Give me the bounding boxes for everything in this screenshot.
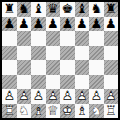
square-b3[interactable]: [17, 75, 32, 90]
black-bishop: ♝: [75, 2, 89, 16]
black-pawn: ♟: [89, 17, 103, 31]
black-knight: ♞: [89, 2, 103, 16]
square-f2[interactable]: ♟♙: [75, 89, 90, 104]
black-pawn: ♟: [60, 17, 74, 31]
square-f5[interactable]: [75, 46, 90, 61]
white-pawn-outline: ♙: [75, 89, 89, 103]
square-c6[interactable]: [31, 31, 46, 46]
square-d8[interactable]: ♛: [46, 2, 61, 17]
square-g2[interactable]: ♟♙: [89, 89, 104, 104]
white-pawn: ♟♙: [75, 89, 89, 103]
square-d1[interactable]: ♛♕: [46, 104, 61, 119]
black-bishop: ♝: [31, 2, 45, 16]
square-e8[interactable]: ♚: [60, 2, 75, 17]
white-queen: ♛♕: [46, 104, 60, 118]
white-pawn-outline: ♙: [104, 89, 118, 103]
white-knight: ♞♘: [89, 104, 103, 118]
square-g3[interactable]: [89, 75, 104, 90]
white-pawn-outline: ♙: [60, 89, 74, 103]
black-knight-glyph: ♞: [89, 2, 103, 16]
square-h4[interactable]: [104, 60, 119, 75]
square-d2[interactable]: ♟♙: [46, 89, 61, 104]
square-d4[interactable]: [46, 60, 61, 75]
square-g8[interactable]: ♞: [89, 2, 104, 17]
square-d3[interactable]: [46, 75, 61, 90]
square-h8[interactable]: ♜: [104, 2, 119, 17]
square-g1[interactable]: ♞♘: [89, 104, 104, 119]
white-knight-outline: ♘: [89, 104, 103, 118]
black-queen: ♛: [46, 2, 60, 16]
square-b4[interactable]: [17, 60, 32, 75]
square-e1[interactable]: ♚♔: [60, 104, 75, 119]
square-b7[interactable]: ♟: [17, 17, 32, 32]
white-bishop: ♝♗: [75, 104, 89, 118]
white-pawn: ♟♙: [46, 89, 60, 103]
white-bishop-outline: ♗: [75, 104, 89, 118]
white-pawn: ♟♙: [89, 89, 103, 103]
white-queen-outline: ♕: [46, 104, 60, 118]
square-g6[interactable]: [89, 31, 104, 46]
chess-board: ♜♞♝♛♚♝♞♜♟♟♟♟♟♟♟♟♟♙♟♙♟♙♟♙♟♙♟♙♟♙♟♙♜♖♞♘♝♗♛♕…: [2, 2, 118, 118]
square-g7[interactable]: ♟: [89, 17, 104, 32]
black-pawn: ♟: [17, 17, 31, 31]
white-pawn-outline: ♙: [17, 89, 31, 103]
white-pawn: ♟♙: [60, 89, 74, 103]
white-pawn-outline: ♙: [89, 89, 103, 103]
square-c4[interactable]: [31, 60, 46, 75]
black-pawn-glyph: ♟: [2, 17, 16, 31]
square-e4[interactable]: [60, 60, 75, 75]
square-f6[interactable]: [75, 31, 90, 46]
square-h5[interactable]: [104, 46, 119, 61]
black-pawn-glyph: ♟: [31, 17, 45, 31]
square-b2[interactable]: ♟♙: [17, 89, 32, 104]
square-f1[interactable]: ♝♗: [75, 104, 90, 119]
white-pawn: ♟♙: [31, 89, 45, 103]
black-pawn-glyph: ♟: [104, 17, 118, 31]
square-b1[interactable]: ♞♘: [17, 104, 32, 119]
black-knight: ♞: [17, 2, 31, 16]
black-pawn-glyph: ♟: [75, 17, 89, 31]
black-pawn-glyph: ♟: [89, 17, 103, 31]
white-knight-outline: ♘: [17, 104, 31, 118]
square-c3[interactable]: [31, 75, 46, 90]
square-f7[interactable]: ♟: [75, 17, 90, 32]
white-rook: ♜♖: [2, 104, 16, 118]
black-pawn-glyph: ♟: [60, 17, 74, 31]
square-a7[interactable]: ♟: [2, 17, 17, 32]
square-c7[interactable]: ♟: [31, 17, 46, 32]
square-a6[interactable]: [2, 31, 17, 46]
square-h1[interactable]: ♜♖: [104, 104, 119, 119]
white-pawn: ♟♙: [104, 89, 118, 103]
white-rook: ♜♖: [104, 104, 118, 118]
square-e2[interactable]: ♟♙: [60, 89, 75, 104]
black-queen-glyph: ♛: [46, 2, 60, 16]
square-c8[interactable]: ♝: [31, 2, 46, 17]
square-a5[interactable]: [2, 46, 17, 61]
square-a1[interactable]: ♜♖: [2, 104, 17, 119]
white-pawn-outline: ♙: [31, 89, 45, 103]
black-rook: ♜: [104, 2, 118, 16]
square-b5[interactable]: [17, 46, 32, 61]
white-bishop-outline: ♗: [31, 104, 45, 118]
chess-board-frame: ♜♞♝♛♚♝♞♜♟♟♟♟♟♟♟♟♟♙♟♙♟♙♟♙♟♙♟♙♟♙♟♙♜♖♞♘♝♗♛♕…: [0, 0, 120, 120]
white-king: ♚♔: [60, 104, 74, 118]
black-rook-glyph: ♜: [104, 2, 118, 16]
square-h2[interactable]: ♟♙: [104, 89, 119, 104]
black-king-glyph: ♚: [60, 2, 74, 16]
square-c1[interactable]: ♝♗: [31, 104, 46, 119]
white-knight: ♞♘: [17, 104, 31, 118]
square-f4[interactable]: [75, 60, 90, 75]
black-pawn: ♟: [75, 17, 89, 31]
square-a2[interactable]: ♟♙: [2, 89, 17, 104]
black-pawn: ♟: [104, 17, 118, 31]
white-rook-outline: ♖: [2, 104, 16, 118]
square-d5[interactable]: [46, 46, 61, 61]
square-b8[interactable]: ♞: [17, 2, 32, 17]
square-b6[interactable]: [17, 31, 32, 46]
black-pawn-glyph: ♟: [46, 17, 60, 31]
square-f8[interactable]: ♝: [75, 2, 90, 17]
square-h3[interactable]: [104, 75, 119, 90]
square-h7[interactable]: ♟: [104, 17, 119, 32]
black-bishop-glyph: ♝: [75, 2, 89, 16]
square-f3[interactable]: [75, 75, 90, 90]
white-pawn-outline: ♙: [2, 89, 16, 103]
square-e3[interactable]: [60, 75, 75, 90]
black-pawn: ♟: [2, 17, 16, 31]
square-g4[interactable]: [89, 60, 104, 75]
black-pawn: ♟: [31, 17, 45, 31]
square-e7[interactable]: ♟: [60, 17, 75, 32]
black-pawn: ♟: [46, 17, 60, 31]
square-g5[interactable]: [89, 46, 104, 61]
square-c2[interactable]: ♟♙: [31, 89, 46, 104]
black-pawn-glyph: ♟: [17, 17, 31, 31]
black-knight-glyph: ♞: [17, 2, 31, 16]
white-pawn: ♟♙: [17, 89, 31, 103]
black-bishop-glyph: ♝: [31, 2, 45, 16]
square-e6[interactable]: [60, 31, 75, 46]
black-king: ♚: [60, 2, 74, 16]
white-pawn-outline: ♙: [46, 89, 60, 103]
square-a4[interactable]: [2, 60, 17, 75]
black-rook-glyph: ♜: [2, 2, 16, 16]
white-rook-outline: ♖: [104, 104, 118, 118]
white-king-outline: ♔: [60, 104, 74, 118]
square-a8[interactable]: ♜: [2, 2, 17, 17]
square-e5[interactable]: [60, 46, 75, 61]
white-pawn: ♟♙: [2, 89, 16, 103]
square-d6[interactable]: [46, 31, 61, 46]
white-bishop: ♝♗: [31, 104, 45, 118]
square-d7[interactable]: ♟: [46, 17, 61, 32]
square-a3[interactable]: [2, 75, 17, 90]
square-c5[interactable]: [31, 46, 46, 61]
square-h6[interactable]: [104, 31, 119, 46]
black-rook: ♜: [2, 2, 16, 16]
